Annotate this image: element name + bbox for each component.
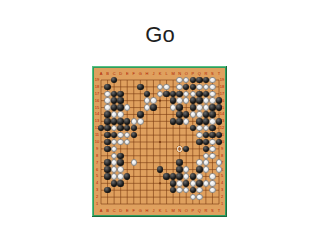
coordinate-label: 5 [221, 174, 223, 178]
white-stone [104, 97, 110, 103]
black-stone [209, 104, 215, 110]
coordinate-label: K [159, 72, 162, 76]
white-stone [209, 173, 215, 179]
coordinate-label: N [178, 72, 181, 76]
black-stone [157, 166, 163, 172]
coordinate-label: 2 [221, 195, 223, 199]
coordinate-label: 18 [95, 85, 99, 89]
white-stone [111, 166, 117, 172]
black-stone [176, 173, 182, 179]
white-stone [111, 111, 117, 117]
white-stone [209, 187, 215, 193]
white-stone [190, 111, 196, 117]
black-stone [104, 132, 110, 138]
white-stone [137, 118, 143, 124]
coordinate-label: 7 [96, 161, 98, 165]
white-stone [216, 159, 222, 165]
black-stone [176, 104, 182, 110]
white-stone [196, 159, 202, 165]
black-stone [104, 111, 110, 117]
black-stone [190, 104, 196, 110]
coordinate-label: T [218, 72, 220, 76]
coordinate-label: A [100, 72, 103, 76]
white-stone [203, 166, 209, 172]
white-stone [196, 132, 202, 138]
black-stone [137, 84, 143, 90]
slide-title: Go [0, 22, 320, 48]
black-stone [111, 180, 117, 186]
coordinate-label: 3 [221, 188, 223, 192]
white-stone [196, 125, 202, 131]
white-stone [203, 180, 209, 186]
black-stone [104, 159, 110, 165]
coordinate-label: P [191, 209, 194, 213]
white-stone [209, 180, 215, 186]
coordinate-label: 8 [221, 154, 223, 158]
coordinate-label: P [191, 72, 194, 76]
white-stone [209, 153, 215, 159]
white-stone [150, 97, 156, 103]
coordinate-label: 16 [95, 99, 99, 103]
last-move-marker [177, 146, 182, 151]
coordinate-label: 9 [96, 147, 98, 151]
black-stone [196, 118, 202, 124]
white-stone [117, 132, 123, 138]
white-stone [196, 84, 202, 90]
coordinate-label: O [185, 209, 188, 213]
white-stone [203, 84, 209, 90]
black-stone [163, 173, 169, 179]
coordinate-label: 10 [95, 140, 99, 144]
black-stone [203, 146, 209, 152]
black-stone [170, 180, 176, 186]
coordinate-label: E [126, 72, 129, 76]
white-stone [203, 159, 209, 165]
white-stone [203, 153, 209, 159]
black-stone [104, 118, 110, 124]
coordinate-label: 11 [95, 133, 99, 137]
white-stone [170, 104, 176, 110]
black-stone [196, 91, 202, 97]
black-stone [124, 118, 130, 124]
white-stone [144, 97, 150, 103]
coordinate-label: O [185, 72, 188, 76]
white-stone [131, 159, 137, 165]
white-stone [157, 91, 163, 97]
white-stone [131, 118, 137, 124]
black-stone [111, 97, 117, 103]
coordinate-label: 15 [95, 106, 99, 110]
white-stone [203, 97, 209, 103]
white-stone [117, 139, 123, 145]
black-stone [104, 146, 110, 152]
coordinate-label: C [113, 209, 116, 213]
coordinate-label: D [119, 209, 122, 213]
white-stone [209, 77, 215, 83]
coordinate-label: J [152, 72, 154, 76]
black-stone [203, 111, 209, 117]
coordinate-label: 1 [221, 202, 223, 206]
white-stone [144, 104, 150, 110]
coordinate-label: 4 [221, 181, 223, 185]
white-stone [104, 104, 110, 110]
black-stone [104, 84, 110, 90]
coordinate-label: 14 [220, 112, 224, 116]
black-stone [196, 97, 202, 103]
white-stone [190, 91, 196, 97]
white-stone [209, 84, 215, 90]
black-stone [117, 97, 123, 103]
black-stone [176, 91, 182, 97]
black-stone [216, 118, 222, 124]
white-stone [216, 166, 222, 172]
coordinate-label: T [218, 209, 220, 213]
black-stone [176, 166, 182, 172]
black-stone [190, 84, 196, 90]
coordinate-label: N [178, 209, 181, 213]
white-stone [176, 77, 182, 83]
black-stone [163, 91, 169, 97]
black-stone [176, 118, 182, 124]
black-stone [196, 139, 202, 145]
white-stone [196, 194, 202, 200]
coordinate-label: J [152, 209, 154, 213]
coordinate-label: G [139, 209, 142, 213]
black-stone [216, 104, 222, 110]
black-stone [190, 77, 196, 83]
coordinate-label: A [100, 209, 103, 213]
black-stone [203, 118, 209, 124]
white-stone [209, 91, 215, 97]
black-stone [170, 118, 176, 124]
white-stone [104, 91, 110, 97]
coordinate-label: 4 [96, 181, 98, 185]
black-stone [117, 104, 123, 110]
black-stone [176, 111, 182, 117]
go-board-frame: AABBCCDDEEFFGGHHJJKKLLMMNNOOPPQQRRSSTT19… [92, 66, 227, 217]
black-stone [216, 97, 222, 103]
white-stone [176, 84, 182, 90]
coordinate-label: 17 [220, 92, 224, 96]
coordinate-label: 18 [220, 85, 224, 89]
black-stone [117, 159, 123, 165]
coordinate-label: F [133, 72, 135, 76]
black-stone [104, 139, 110, 145]
white-stone [196, 187, 202, 193]
coordinate-label: 13 [95, 119, 99, 123]
white-stone [163, 84, 169, 90]
coordinate-label: S [211, 72, 214, 76]
white-stone [209, 118, 215, 124]
coordinate-label: 19 [220, 78, 224, 82]
coordinate-label: H [145, 209, 148, 213]
black-stone [124, 173, 130, 179]
white-stone [117, 173, 123, 179]
coordinate-label: M [171, 209, 174, 213]
coordinate-label: D [119, 72, 122, 76]
black-stone [150, 104, 156, 110]
coordinate-label: R [204, 209, 207, 213]
black-stone [117, 91, 123, 97]
coordinate-label: 2 [96, 195, 98, 199]
star-point [159, 182, 161, 184]
white-stone [209, 139, 215, 145]
white-stone [196, 173, 202, 179]
star-point [159, 141, 161, 143]
coordinate-label: F [133, 209, 135, 213]
white-stone [196, 104, 202, 110]
white-stone [117, 111, 123, 117]
black-stone [209, 132, 215, 138]
black-stone [111, 104, 117, 110]
coordinate-label: Q [198, 72, 201, 76]
black-stone [209, 111, 215, 117]
star-point [159, 100, 161, 102]
black-stone [170, 97, 176, 103]
coordinate-label: 12 [220, 126, 224, 130]
black-stone [209, 125, 215, 131]
black-stone [137, 111, 143, 117]
coordinate-label: B [106, 72, 109, 76]
black-stone [196, 180, 202, 186]
coordinate-label: R [204, 72, 207, 76]
coordinate-label: 8 [96, 154, 98, 158]
black-stone [190, 173, 196, 179]
coordinate-label: S [211, 209, 214, 213]
white-stone [183, 173, 189, 179]
coordinate-label: K [159, 209, 162, 213]
black-stone [196, 77, 202, 83]
black-stone [190, 97, 196, 103]
coordinate-label: 6 [96, 168, 98, 172]
coordinate-label: 19 [95, 78, 99, 82]
coordinate-label: 9 [221, 147, 223, 151]
black-stone [203, 91, 209, 97]
black-stone [117, 153, 123, 159]
coordinate-label: L [165, 72, 167, 76]
coordinate-label: 14 [95, 112, 99, 116]
white-stone [176, 180, 182, 186]
black-stone [104, 173, 110, 179]
coordinate-label: L [165, 209, 167, 213]
coordinate-label: E [126, 209, 129, 213]
white-stone [111, 159, 117, 165]
coordinate-label: B [106, 209, 109, 213]
coordinate-label: C [113, 72, 116, 76]
black-stone [170, 173, 176, 179]
white-stone [176, 97, 182, 103]
white-stone [183, 118, 189, 124]
black-stone [117, 118, 123, 124]
white-stone [209, 146, 215, 152]
black-stone [183, 111, 189, 117]
coordinate-label: 3 [96, 188, 98, 192]
coordinate-label: 1 [96, 202, 98, 206]
white-stone [111, 173, 117, 179]
black-stone [104, 166, 110, 172]
go-board: AABBCCDDEEFFGGHHJJKKLLMMNNOOPPQQRRSSTT19… [94, 68, 225, 215]
coordinate-label: 5 [96, 174, 98, 178]
black-stone [183, 180, 189, 186]
black-stone [176, 159, 182, 165]
coordinate-label: G [139, 72, 142, 76]
white-stone [196, 111, 202, 117]
black-stone [117, 180, 123, 186]
black-stone [196, 166, 202, 172]
white-stone [203, 104, 209, 110]
black-stone [144, 91, 150, 97]
black-stone [111, 118, 117, 124]
white-stone [190, 180, 196, 186]
white-stone [209, 97, 215, 103]
coordinate-label: 17 [95, 92, 99, 96]
coordinate-label: Q [198, 209, 201, 213]
coordinate-label: H [145, 72, 148, 76]
coordinate-label: M [171, 72, 174, 76]
white-stone [117, 166, 123, 172]
